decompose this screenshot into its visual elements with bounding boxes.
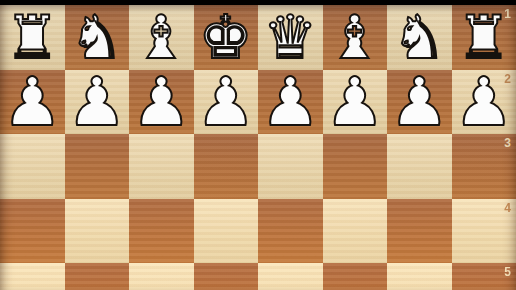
square-f3[interactable] (129, 134, 194, 199)
square-a2[interactable]: 2♟ (452, 70, 516, 135)
square-d4[interactable] (258, 199, 323, 264)
square-h2[interactable]: ♟ (0, 70, 65, 135)
square-h4[interactable] (0, 199, 65, 264)
white-knight[interactable]: ♞ (70, 5, 124, 69)
square-g3[interactable] (65, 134, 130, 199)
square-a4[interactable]: 4 (452, 199, 516, 264)
white-queen[interactable]: ♛ (263, 5, 317, 69)
white-pawn[interactable]: ♟ (325, 70, 385, 134)
square-g2[interactable]: ♟ (65, 70, 130, 135)
white-knight[interactable]: ♞ (392, 5, 446, 69)
square-h1[interactable]: ♜ (0, 5, 65, 70)
square-a3[interactable]: 3 (452, 134, 516, 199)
square-b4[interactable] (387, 199, 452, 264)
white-pawn[interactable]: ♟ (131, 70, 191, 134)
square-a5[interactable]: 5 (452, 263, 516, 290)
white-pawn[interactable]: ♟ (196, 70, 256, 134)
square-h5[interactable] (0, 263, 65, 290)
square-a1[interactable]: 1♜ (452, 5, 516, 70)
square-e1[interactable]: ♚ (194, 5, 259, 70)
rank-coordinate-3: 3 (504, 136, 511, 150)
white-rook[interactable]: ♜ (5, 5, 59, 69)
white-pawn[interactable]: ♟ (260, 70, 320, 134)
square-e3[interactable] (194, 134, 259, 199)
white-pawn[interactable]: ♟ (389, 70, 449, 134)
square-e5[interactable] (194, 263, 259, 290)
square-f4[interactable] (129, 199, 194, 264)
rank-coordinate-5: 5 (504, 265, 511, 279)
white-bishop[interactable]: ♝ (134, 5, 188, 69)
rank-coordinate-2: 2 (504, 72, 511, 86)
square-c3[interactable] (323, 134, 388, 199)
white-king[interactable]: ♚ (199, 5, 253, 69)
square-d5[interactable] (258, 263, 323, 290)
square-b5[interactable] (387, 263, 452, 290)
square-f2[interactable]: ♟ (129, 70, 194, 135)
square-g1[interactable]: ♞ (65, 5, 130, 70)
square-c4[interactable] (323, 199, 388, 264)
square-d3[interactable] (258, 134, 323, 199)
square-d1[interactable]: ♛ (258, 5, 323, 70)
rank-coordinate-1: 1 (504, 7, 511, 21)
square-c1[interactable]: ♝ (323, 5, 388, 70)
white-pawn[interactable]: ♟ (2, 70, 62, 134)
white-rook[interactable]: ♜ (457, 5, 511, 69)
square-c2[interactable]: ♟ (323, 70, 388, 135)
square-g4[interactable] (65, 199, 130, 264)
square-e4[interactable] (194, 199, 259, 264)
square-d2[interactable]: ♟ (258, 70, 323, 135)
chess-board: ♜♞♝♚♛♝♞1♜♟♟♟♟♟♟♟2♟345 (0, 5, 516, 290)
square-e2[interactable]: ♟ (194, 70, 259, 135)
square-b2[interactable]: ♟ (387, 70, 452, 135)
square-b3[interactable] (387, 134, 452, 199)
white-pawn[interactable]: ♟ (67, 70, 127, 134)
square-b1[interactable]: ♞ (387, 5, 452, 70)
rank-coordinate-4: 4 (504, 201, 511, 215)
white-bishop[interactable]: ♝ (328, 5, 382, 69)
square-f1[interactable]: ♝ (129, 5, 194, 70)
square-c5[interactable] (323, 263, 388, 290)
square-g5[interactable] (65, 263, 130, 290)
square-f5[interactable] (129, 263, 194, 290)
square-h3[interactable] (0, 134, 65, 199)
